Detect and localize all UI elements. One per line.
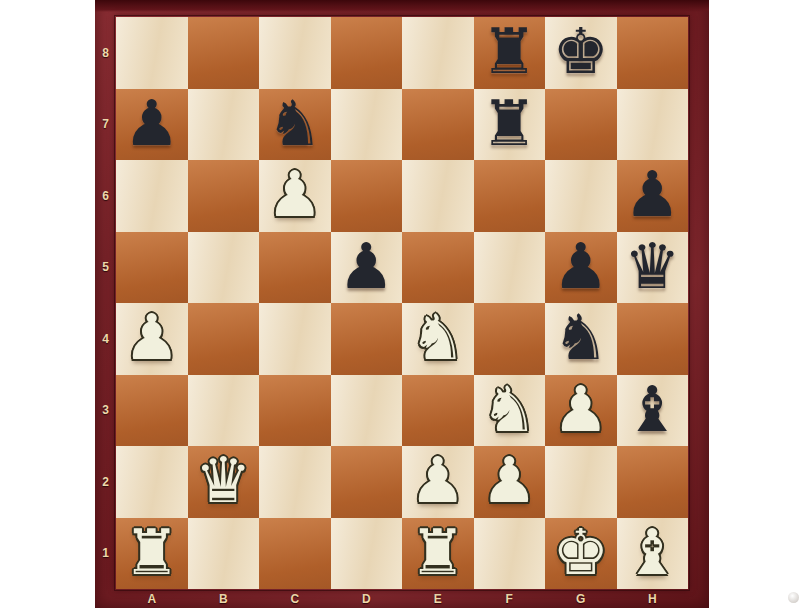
piece-white-bishop[interactable]: ♝ bbox=[624, 521, 680, 584]
square-b3[interactable] bbox=[188, 375, 260, 447]
rank-label-6: 6 bbox=[95, 160, 116, 232]
file-label-a: A bbox=[116, 589, 188, 608]
square-f1[interactable] bbox=[474, 518, 546, 590]
file-label-c: C bbox=[259, 589, 331, 608]
piece-white-king[interactable]: ♚ bbox=[553, 521, 609, 584]
square-f3[interactable]: ♞ bbox=[474, 375, 546, 447]
piece-black-bishop[interactable]: ♝ bbox=[624, 378, 680, 441]
piece-white-pawn[interactable]: ♟ bbox=[553, 378, 609, 441]
square-g3[interactable]: ♟ bbox=[545, 375, 617, 447]
square-a2[interactable] bbox=[116, 446, 188, 518]
square-g6[interactable] bbox=[545, 160, 617, 232]
piece-black-knight[interactable]: ♞ bbox=[553, 306, 609, 369]
square-b4[interactable] bbox=[188, 303, 260, 375]
square-b8[interactable] bbox=[188, 17, 260, 89]
square-c2[interactable] bbox=[259, 446, 331, 518]
piece-black-king[interactable]: ♚ bbox=[553, 20, 609, 83]
square-c4[interactable] bbox=[259, 303, 331, 375]
rank-label-1: 1 bbox=[95, 518, 116, 590]
file-label-b: B bbox=[188, 589, 260, 608]
square-c8[interactable] bbox=[259, 17, 331, 89]
piece-black-knight[interactable]: ♞ bbox=[267, 92, 323, 155]
square-g4[interactable]: ♞ bbox=[545, 303, 617, 375]
piece-white-pawn[interactable]: ♟ bbox=[267, 163, 323, 226]
square-h6[interactable]: ♟ bbox=[617, 160, 689, 232]
square-c6[interactable]: ♟ bbox=[259, 160, 331, 232]
square-d2[interactable] bbox=[331, 446, 403, 518]
square-e6[interactable] bbox=[402, 160, 474, 232]
square-b2[interactable]: ♛ bbox=[188, 446, 260, 518]
piece-white-pawn[interactable]: ♟ bbox=[124, 306, 180, 369]
square-b5[interactable] bbox=[188, 232, 260, 304]
piece-black-rook[interactable]: ♜ bbox=[481, 20, 537, 83]
square-a4[interactable]: ♟ bbox=[116, 303, 188, 375]
rank-label-4: 4 bbox=[95, 303, 116, 375]
square-b7[interactable] bbox=[188, 89, 260, 161]
square-g7[interactable] bbox=[545, 89, 617, 161]
square-a6[interactable] bbox=[116, 160, 188, 232]
square-c7[interactable]: ♞ bbox=[259, 89, 331, 161]
square-d1[interactable] bbox=[331, 518, 403, 590]
square-h5[interactable]: ♛ bbox=[617, 232, 689, 304]
square-g8[interactable]: ♚ bbox=[545, 17, 617, 89]
piece-white-queen[interactable]: ♛ bbox=[195, 449, 251, 512]
square-a1[interactable]: ♜ bbox=[116, 518, 188, 590]
square-e7[interactable] bbox=[402, 89, 474, 161]
file-label-f: F bbox=[474, 589, 546, 608]
square-h2[interactable] bbox=[617, 446, 689, 518]
square-a8[interactable] bbox=[116, 17, 188, 89]
square-e1[interactable]: ♜ bbox=[402, 518, 474, 590]
square-f7[interactable]: ♜ bbox=[474, 89, 546, 161]
square-c1[interactable] bbox=[259, 518, 331, 590]
square-a3[interactable] bbox=[116, 375, 188, 447]
square-g2[interactable] bbox=[545, 446, 617, 518]
piece-white-rook[interactable]: ♜ bbox=[124, 521, 180, 584]
piece-black-pawn[interactable]: ♟ bbox=[124, 92, 180, 155]
rank-label-3: 3 bbox=[95, 375, 116, 447]
square-e5[interactable] bbox=[402, 232, 474, 304]
file-label-h: H bbox=[617, 589, 689, 608]
square-g5[interactable]: ♟ bbox=[545, 232, 617, 304]
square-h1[interactable]: ♝ bbox=[617, 518, 689, 590]
piece-white-rook[interactable]: ♜ bbox=[410, 521, 466, 584]
square-h4[interactable] bbox=[617, 303, 689, 375]
square-d6[interactable] bbox=[331, 160, 403, 232]
square-e2[interactable]: ♟ bbox=[402, 446, 474, 518]
piece-black-pawn[interactable]: ♟ bbox=[553, 235, 609, 298]
square-b6[interactable] bbox=[188, 160, 260, 232]
square-c5[interactable] bbox=[259, 232, 331, 304]
square-g1[interactable]: ♚ bbox=[545, 518, 617, 590]
corner-dot bbox=[788, 592, 799, 603]
board-grid: ♜♚♟♞♜♟♟♟♟♛♟♞♞♞♟♝♛♟♟♜♜♚♝ bbox=[116, 17, 688, 589]
square-e8[interactable] bbox=[402, 17, 474, 89]
square-f8[interactable]: ♜ bbox=[474, 17, 546, 89]
square-a7[interactable]: ♟ bbox=[116, 89, 188, 161]
rank-label-2: 2 bbox=[95, 446, 116, 518]
file-label-e: E bbox=[402, 589, 474, 608]
board-frame: ♜♚♟♞♜♟♟♟♟♛♟♞♞♞♟♝♛♟♟♜♜♚♝ 87654321 ABCDEFG… bbox=[95, 0, 709, 608]
rank-label-7: 7 bbox=[95, 89, 116, 161]
square-d5[interactable]: ♟ bbox=[331, 232, 403, 304]
file-label-g: G bbox=[545, 589, 617, 608]
piece-white-pawn[interactable]: ♟ bbox=[410, 449, 466, 512]
rank-label-5: 5 bbox=[95, 232, 116, 304]
piece-black-rook[interactable]: ♜ bbox=[481, 92, 537, 155]
file-label-d: D bbox=[331, 589, 403, 608]
piece-white-knight[interactable]: ♞ bbox=[410, 306, 466, 369]
square-f4[interactable] bbox=[474, 303, 546, 375]
square-e4[interactable]: ♞ bbox=[402, 303, 474, 375]
piece-white-knight[interactable]: ♞ bbox=[481, 378, 537, 441]
chess-diagram: ♜♚♟♞♜♟♟♟♟♛♟♞♞♞♟♝♛♟♟♜♜♚♝ 87654321 ABCDEFG… bbox=[0, 0, 810, 608]
square-d8[interactable] bbox=[331, 17, 403, 89]
square-h8[interactable] bbox=[617, 17, 689, 89]
rank-label-8: 8 bbox=[95, 17, 116, 89]
square-f2[interactable]: ♟ bbox=[474, 446, 546, 518]
square-a5[interactable] bbox=[116, 232, 188, 304]
square-f6[interactable] bbox=[474, 160, 546, 232]
piece-white-pawn[interactable]: ♟ bbox=[481, 449, 537, 512]
piece-black-queen[interactable]: ♛ bbox=[624, 235, 680, 298]
square-b1[interactable] bbox=[188, 518, 260, 590]
square-d3[interactable] bbox=[331, 375, 403, 447]
square-d7[interactable] bbox=[331, 89, 403, 161]
square-c3[interactable] bbox=[259, 375, 331, 447]
square-h7[interactable] bbox=[617, 89, 689, 161]
square-f5[interactable] bbox=[474, 232, 546, 304]
square-d4[interactable] bbox=[331, 303, 403, 375]
piece-black-pawn[interactable]: ♟ bbox=[624, 163, 680, 226]
square-e3[interactable] bbox=[402, 375, 474, 447]
piece-black-pawn[interactable]: ♟ bbox=[338, 235, 394, 298]
square-h3[interactable]: ♝ bbox=[617, 375, 689, 447]
